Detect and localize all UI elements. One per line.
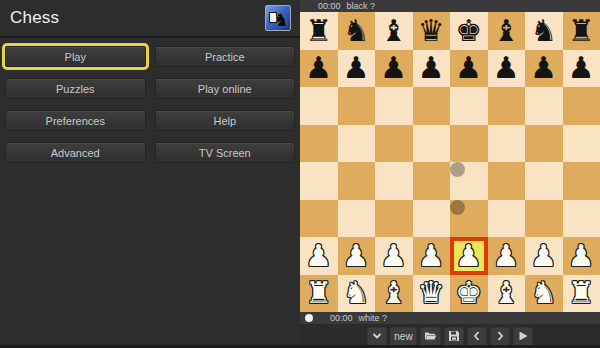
white-knight-g1: ♞ <box>530 278 557 308</box>
redo-move-button[interactable] <box>490 327 510 346</box>
square-g3[interactable] <box>525 200 563 238</box>
square-a1[interactable]: ♜ <box>300 275 338 313</box>
black-king-e8: ♚ <box>455 16 482 46</box>
white-player-label: white ? <box>359 312 388 324</box>
square-e7[interactable]: ♟ <box>450 50 488 88</box>
square-b5[interactable] <box>338 125 376 163</box>
square-f8[interactable]: ♝ <box>488 12 526 50</box>
square-f3[interactable] <box>488 200 526 238</box>
square-e1[interactable]: ♚ <box>450 275 488 313</box>
white-pawn-a2: ♟ <box>305 241 332 271</box>
square-a5[interactable] <box>300 125 338 163</box>
square-g5[interactable] <box>525 125 563 163</box>
square-g7[interactable]: ♟ <box>525 50 563 88</box>
square-e2[interactable]: ♟ <box>450 237 488 275</box>
square-d1[interactable]: ♛ <box>413 275 451 313</box>
square-h6[interactable] <box>563 87 600 125</box>
white-bishop-f1: ♝ <box>493 278 520 308</box>
black-pawn-c7: ♟ <box>380 53 407 83</box>
help-button[interactable]: Help <box>155 110 296 131</box>
black-bishop-c8: ♝ <box>380 16 407 46</box>
square-h8[interactable]: ♜ <box>563 12 600 50</box>
practice-button[interactable]: Practice <box>155 46 296 67</box>
chess-app-window: Chess ♞ Play Practice Puzzles Play onlin… <box>0 0 600 348</box>
white-rook-a1: ♜ <box>305 278 332 308</box>
square-g1[interactable]: ♞ <box>525 275 563 313</box>
square-f6[interactable] <box>488 87 526 125</box>
black-pawn-e7: ♟ <box>455 53 482 83</box>
black-knight-b8: ♞ <box>343 16 370 46</box>
undo-move-button[interactable] <box>467 327 487 346</box>
white-clock-time: 00:00 <box>330 312 353 324</box>
square-h7[interactable]: ♟ <box>563 50 600 88</box>
black-pawn-b7: ♟ <box>343 53 370 83</box>
square-b2[interactable]: ♟ <box>338 237 376 275</box>
chess-app-icon: ♞ <box>265 5 291 31</box>
knight-icon: ♞ <box>273 7 290 31</box>
square-h2[interactable]: ♟ <box>563 237 600 275</box>
white-queen-d1: ♛ <box>418 278 445 308</box>
move-hint-dot-e3[interactable] <box>450 200 465 215</box>
new-game-button[interactable]: new <box>390 327 416 346</box>
black-rook-a8: ♜ <box>305 16 332 46</box>
square-f2[interactable]: ♟ <box>488 237 526 275</box>
square-h3[interactable] <box>563 200 600 238</box>
black-rook-h8: ♜ <box>568 16 595 46</box>
black-pawn-h7: ♟ <box>568 53 595 83</box>
puzzles-button[interactable]: Puzzles <box>5 78 146 99</box>
open-game-button[interactable] <box>420 327 441 346</box>
square-f7[interactable]: ♟ <box>488 50 526 88</box>
square-b1[interactable]: ♞ <box>338 275 376 313</box>
white-pawn-e2: ♟ <box>455 241 482 271</box>
play-button[interactable]: Play <box>5 46 146 67</box>
chevron-right-icon <box>494 330 506 342</box>
square-c6[interactable] <box>375 87 413 125</box>
black-pawn-g7: ♟ <box>530 53 557 83</box>
square-e5[interactable] <box>450 125 488 163</box>
square-a8[interactable]: ♜ <box>300 12 338 50</box>
square-f4[interactable] <box>488 162 526 200</box>
floppy-save-icon <box>448 330 460 342</box>
square-c8[interactable]: ♝ <box>375 12 413 50</box>
square-h5[interactable] <box>563 125 600 163</box>
square-f1[interactable]: ♝ <box>488 275 526 313</box>
black-pawn-f7: ♟ <box>493 53 520 83</box>
white-knight-b1: ♞ <box>343 278 370 308</box>
play-engine-button[interactable] <box>513 327 533 346</box>
square-a4[interactable] <box>300 162 338 200</box>
square-a2[interactable]: ♟ <box>300 237 338 275</box>
square-a6[interactable] <box>300 87 338 125</box>
square-g8[interactable]: ♞ <box>525 12 563 50</box>
black-pawn-a7: ♟ <box>305 53 332 83</box>
square-d2[interactable]: ♟ <box>413 237 451 275</box>
square-e3[interactable] <box>450 200 488 238</box>
menu-grid: Play Practice Puzzles Play online Prefer… <box>0 38 300 163</box>
menu-panel: Chess ♞ Play Practice Puzzles Play onlin… <box>0 0 300 348</box>
chevron-left-icon <box>471 330 483 342</box>
white-pawn-c2: ♟ <box>380 241 407 271</box>
square-h1[interactable]: ♜ <box>563 275 600 313</box>
square-d3[interactable] <box>413 200 451 238</box>
square-c4[interactable] <box>375 162 413 200</box>
square-c5[interactable] <box>375 125 413 163</box>
tv-screen-button[interactable]: TV Screen <box>155 142 296 163</box>
square-e4[interactable] <box>450 162 488 200</box>
square-a7[interactable]: ♟ <box>300 50 338 88</box>
panel-header: Chess ♞ <box>0 0 300 36</box>
square-e6[interactable] <box>450 87 488 125</box>
black-knight-g8: ♞ <box>530 16 557 46</box>
square-g4[interactable] <box>525 162 563 200</box>
square-b3[interactable] <box>338 200 376 238</box>
square-d5[interactable] <box>413 125 451 163</box>
app-title: Chess <box>10 8 59 28</box>
move-hint-dot-e4[interactable] <box>450 162 465 177</box>
square-c1[interactable]: ♝ <box>375 275 413 313</box>
white-king-e1: ♚ <box>455 278 482 308</box>
white-bishop-c1: ♝ <box>380 278 407 308</box>
save-game-button[interactable] <box>444 327 464 346</box>
square-f5[interactable] <box>488 125 526 163</box>
square-c3[interactable] <box>375 200 413 238</box>
square-d7[interactable]: ♟ <box>413 50 451 88</box>
white-turn-indicator-dot <box>305 314 313 322</box>
white-pawn-g2: ♟ <box>530 241 557 271</box>
square-b8[interactable]: ♞ <box>338 12 376 50</box>
play-icon <box>517 330 529 342</box>
white-pawn-f2: ♟ <box>493 241 520 271</box>
game-toolbar: new <box>300 324 600 348</box>
folder-open-icon <box>424 330 437 342</box>
white-pawn-h2: ♟ <box>568 241 595 271</box>
black-pawn-d7: ♟ <box>418 53 445 83</box>
preferences-button[interactable]: Preferences <box>5 110 146 131</box>
board-pane: 00:00 black ? ♜♞♝♛♚♝♞♜♟♟♟♟♟♟♟♟♟♟♟♟♟♟♟♟♜♞… <box>300 0 600 348</box>
square-e8[interactable]: ♚ <box>450 12 488 50</box>
square-c7[interactable]: ♟ <box>375 50 413 88</box>
square-b6[interactable] <box>338 87 376 125</box>
black-clock-bar: 00:00 black ? <box>300 0 600 12</box>
black-bishop-f8: ♝ <box>493 16 520 46</box>
chevron-down-icon <box>371 330 383 342</box>
square-d4[interactable] <box>413 162 451 200</box>
square-a3[interactable] <box>300 200 338 238</box>
black-queen-d8: ♛ <box>418 16 445 46</box>
play-online-button[interactable]: Play online <box>155 78 296 99</box>
square-b4[interactable] <box>338 162 376 200</box>
advanced-button[interactable]: Advanced <box>5 142 146 163</box>
collapse-menu-button[interactable] <box>367 327 387 346</box>
square-g2[interactable]: ♟ <box>525 237 563 275</box>
black-player-label: black ? <box>347 0 376 12</box>
white-pawn-d2: ♟ <box>418 241 445 271</box>
white-rook-h1: ♜ <box>568 278 595 308</box>
square-d6[interactable] <box>413 87 451 125</box>
black-clock-time: 00:00 <box>318 0 341 12</box>
square-c2[interactable]: ♟ <box>375 237 413 275</box>
square-h4[interactable] <box>563 162 600 200</box>
square-b7[interactable]: ♟ <box>338 50 376 88</box>
white-clock-bar: 00:00 white ? <box>300 312 600 324</box>
chess-board: ♜♞♝♛♚♝♞♜♟♟♟♟♟♟♟♟♟♟♟♟♟♟♟♟♜♞♝♛♚♝♞♜ <box>300 12 600 312</box>
square-d8[interactable]: ♛ <box>413 12 451 50</box>
white-pawn-b2: ♟ <box>343 241 370 271</box>
square-g6[interactable] <box>525 87 563 125</box>
